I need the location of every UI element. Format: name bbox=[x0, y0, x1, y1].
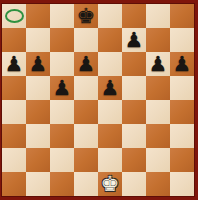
square-e8[interactable] bbox=[98, 4, 122, 28]
square-g1[interactable] bbox=[146, 172, 170, 196]
square-d6[interactable]: ♟ bbox=[74, 52, 98, 76]
square-h3[interactable] bbox=[170, 124, 194, 148]
square-g8[interactable] bbox=[146, 4, 170, 28]
square-c2[interactable] bbox=[50, 148, 74, 172]
square-a8[interactable] bbox=[2, 4, 26, 28]
white-king[interactable]: ♚ bbox=[101, 172, 120, 196]
square-c1[interactable] bbox=[50, 172, 74, 196]
square-f3[interactable] bbox=[122, 124, 146, 148]
square-b8[interactable] bbox=[26, 4, 50, 28]
square-h6[interactable]: ♟ bbox=[170, 52, 194, 76]
square-f8[interactable] bbox=[122, 4, 146, 28]
square-c6[interactable] bbox=[50, 52, 74, 76]
square-d1[interactable] bbox=[74, 172, 98, 196]
square-h8[interactable] bbox=[170, 4, 194, 28]
square-c8[interactable] bbox=[50, 4, 74, 28]
square-h2[interactable] bbox=[170, 148, 194, 172]
black-pawn[interactable]: ♟ bbox=[5, 52, 24, 76]
square-c7[interactable] bbox=[50, 28, 74, 52]
annotation-ellipse-a8 bbox=[5, 9, 24, 23]
square-a5[interactable] bbox=[2, 76, 26, 100]
square-b4[interactable] bbox=[26, 100, 50, 124]
black-pawn[interactable]: ♟ bbox=[173, 52, 192, 76]
square-e1[interactable]: ♚ bbox=[98, 172, 122, 196]
square-g7[interactable] bbox=[146, 28, 170, 52]
square-f2[interactable] bbox=[122, 148, 146, 172]
square-d5[interactable] bbox=[74, 76, 98, 100]
square-g6[interactable]: ♟ bbox=[146, 52, 170, 76]
square-d7[interactable] bbox=[74, 28, 98, 52]
square-b6[interactable]: ♟ bbox=[26, 52, 50, 76]
square-h1[interactable] bbox=[170, 172, 194, 196]
square-d4[interactable] bbox=[74, 100, 98, 124]
square-h7[interactable] bbox=[170, 28, 194, 52]
square-c4[interactable] bbox=[50, 100, 74, 124]
square-a2[interactable] bbox=[2, 148, 26, 172]
square-a1[interactable] bbox=[2, 172, 26, 196]
chess-board-frame: ♚♟♟♟♟♟♟♟♟♚ bbox=[0, 0, 198, 200]
square-d3[interactable] bbox=[74, 124, 98, 148]
square-b2[interactable] bbox=[26, 148, 50, 172]
square-e4[interactable] bbox=[98, 100, 122, 124]
square-f7[interactable]: ♟ bbox=[122, 28, 146, 52]
black-king[interactable]: ♚ bbox=[77, 4, 96, 28]
square-e6[interactable] bbox=[98, 52, 122, 76]
black-pawn[interactable]: ♟ bbox=[29, 52, 48, 76]
square-d8[interactable]: ♚ bbox=[74, 4, 98, 28]
black-pawn[interactable]: ♟ bbox=[77, 52, 96, 76]
square-c3[interactable] bbox=[50, 124, 74, 148]
square-g5[interactable] bbox=[146, 76, 170, 100]
square-a6[interactable]: ♟ bbox=[2, 52, 26, 76]
square-a3[interactable] bbox=[2, 124, 26, 148]
square-f5[interactable] bbox=[122, 76, 146, 100]
square-e3[interactable] bbox=[98, 124, 122, 148]
square-f1[interactable] bbox=[122, 172, 146, 196]
square-f6[interactable] bbox=[122, 52, 146, 76]
square-h5[interactable] bbox=[170, 76, 194, 100]
square-a4[interactable] bbox=[2, 100, 26, 124]
square-e7[interactable] bbox=[98, 28, 122, 52]
square-f4[interactable] bbox=[122, 100, 146, 124]
square-b5[interactable] bbox=[26, 76, 50, 100]
square-d2[interactable] bbox=[74, 148, 98, 172]
square-g3[interactable] bbox=[146, 124, 170, 148]
square-a7[interactable] bbox=[2, 28, 26, 52]
square-c5[interactable]: ♟ bbox=[50, 76, 74, 100]
black-pawn[interactable]: ♟ bbox=[149, 52, 168, 76]
square-g2[interactable] bbox=[146, 148, 170, 172]
square-g4[interactable] bbox=[146, 100, 170, 124]
square-b7[interactable] bbox=[26, 28, 50, 52]
square-e2[interactable] bbox=[98, 148, 122, 172]
square-h4[interactable] bbox=[170, 100, 194, 124]
square-b1[interactable] bbox=[26, 172, 50, 196]
chess-board: ♚♟♟♟♟♟♟♟♟♚ bbox=[2, 4, 194, 196]
black-pawn[interactable]: ♟ bbox=[53, 76, 72, 100]
square-e5[interactable]: ♟ bbox=[98, 76, 122, 100]
black-pawn[interactable]: ♟ bbox=[125, 28, 144, 52]
black-pawn[interactable]: ♟ bbox=[101, 76, 120, 100]
square-b3[interactable] bbox=[26, 124, 50, 148]
